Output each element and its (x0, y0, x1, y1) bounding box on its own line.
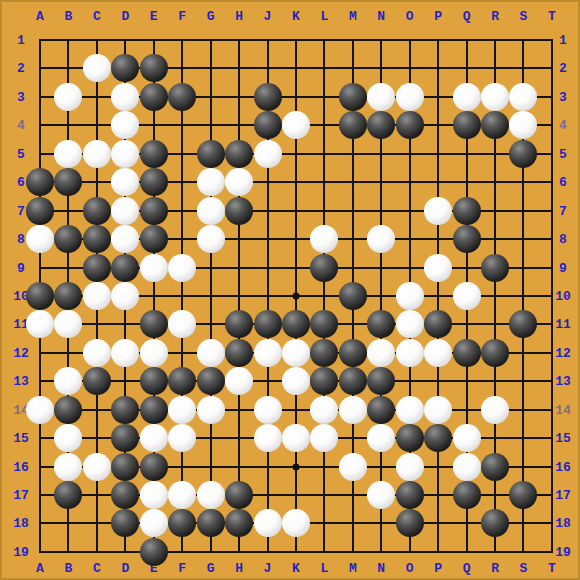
white-stone (367, 225, 395, 253)
black-stone (509, 140, 537, 168)
row-label-right: 9 (559, 260, 567, 275)
black-stone (453, 339, 481, 367)
white-stone (481, 83, 509, 111)
column-label-top: J (264, 9, 272, 24)
white-stone (310, 424, 338, 452)
white-stone (140, 254, 168, 282)
black-stone (310, 310, 338, 338)
column-label-top: C (93, 9, 101, 24)
column-label-top: S (520, 9, 528, 24)
row-label-right: 15 (555, 431, 571, 446)
white-stone (54, 140, 82, 168)
white-stone (339, 453, 367, 481)
black-stone (54, 168, 82, 196)
white-stone (111, 282, 139, 310)
column-label-bottom: Q (463, 561, 471, 576)
white-stone (339, 396, 367, 424)
black-stone (111, 424, 139, 452)
column-label-top: E (150, 9, 158, 24)
column-label-top: B (65, 9, 73, 24)
black-stone (453, 481, 481, 509)
column-label-bottom: T (548, 561, 556, 576)
black-stone (367, 396, 395, 424)
white-stone (26, 396, 54, 424)
black-stone (282, 310, 310, 338)
white-stone (168, 310, 196, 338)
white-stone (168, 396, 196, 424)
black-stone (339, 83, 367, 111)
black-stone (225, 481, 253, 509)
column-label-bottom: F (178, 561, 186, 576)
white-stone (140, 339, 168, 367)
black-stone (339, 367, 367, 395)
black-stone (225, 310, 253, 338)
column-label-bottom: S (520, 561, 528, 576)
white-stone (396, 453, 424, 481)
white-stone (453, 83, 481, 111)
white-stone (396, 83, 424, 111)
white-stone (54, 453, 82, 481)
white-stone (197, 225, 225, 253)
column-label-top: P (434, 9, 442, 24)
row-label-right: 14 (555, 402, 571, 417)
column-label-top: T (548, 9, 556, 24)
column-label-top: A (36, 9, 44, 24)
column-label-bottom: C (93, 561, 101, 576)
column-label-bottom: N (377, 561, 385, 576)
black-stone (140, 396, 168, 424)
row-label-right: 1 (559, 33, 567, 48)
white-stone (367, 83, 395, 111)
black-stone (481, 254, 509, 282)
column-label-top: R (491, 9, 499, 24)
black-stone (396, 509, 424, 537)
column-label-bottom: H (235, 561, 243, 576)
white-stone (367, 424, 395, 452)
black-stone (83, 197, 111, 225)
white-stone (509, 111, 537, 139)
row-label-right: 7 (559, 203, 567, 218)
black-stone (111, 453, 139, 481)
white-stone (282, 367, 310, 395)
black-stone (140, 538, 168, 566)
black-stone (367, 310, 395, 338)
row-label-left: 8 (17, 232, 25, 247)
black-stone (111, 396, 139, 424)
white-stone (168, 424, 196, 452)
white-stone (396, 339, 424, 367)
black-stone (481, 111, 509, 139)
white-stone (367, 339, 395, 367)
row-label-left: 16 (13, 459, 29, 474)
black-stone (424, 424, 452, 452)
grid-line-vertical (437, 39, 439, 553)
column-label-top: H (235, 9, 243, 24)
black-stone (54, 396, 82, 424)
row-label-right: 10 (555, 288, 571, 303)
row-label-left: 5 (17, 146, 25, 161)
white-stone (310, 396, 338, 424)
black-stone (310, 254, 338, 282)
grid-line-horizontal (39, 551, 553, 553)
column-label-bottom: L (320, 561, 328, 576)
black-stone (367, 111, 395, 139)
black-stone (396, 111, 424, 139)
white-stone (83, 339, 111, 367)
row-label-right: 19 (555, 544, 571, 559)
black-stone (225, 140, 253, 168)
white-stone (83, 54, 111, 82)
white-stone (111, 140, 139, 168)
column-label-bottom: B (65, 561, 73, 576)
star-point (292, 463, 299, 470)
black-stone (168, 367, 196, 395)
row-label-left: 9 (17, 260, 25, 275)
black-stone (396, 481, 424, 509)
white-stone (111, 339, 139, 367)
black-stone (225, 197, 253, 225)
column-label-top: D (121, 9, 129, 24)
white-stone (197, 339, 225, 367)
star-point (292, 292, 299, 299)
black-stone (453, 197, 481, 225)
white-stone (509, 83, 537, 111)
black-stone (54, 481, 82, 509)
grid-line-vertical (323, 39, 325, 553)
black-stone (424, 310, 452, 338)
black-stone (225, 339, 253, 367)
white-stone (424, 254, 452, 282)
row-label-right: 2 (559, 61, 567, 76)
black-stone (111, 481, 139, 509)
white-stone (367, 481, 395, 509)
row-label-right: 16 (555, 459, 571, 474)
column-label-top: Q (463, 9, 471, 24)
black-stone (367, 367, 395, 395)
row-label-right: 8 (559, 232, 567, 247)
white-stone (111, 168, 139, 196)
row-label-left: 1 (17, 33, 25, 48)
white-stone (83, 140, 111, 168)
white-stone (282, 111, 310, 139)
black-stone (140, 310, 168, 338)
row-label-left: 19 (13, 544, 29, 559)
row-label-right: 4 (559, 118, 567, 133)
black-stone (168, 83, 196, 111)
column-label-bottom: P (434, 561, 442, 576)
white-stone (83, 453, 111, 481)
black-stone (197, 140, 225, 168)
black-stone (140, 225, 168, 253)
row-label-right: 3 (559, 89, 567, 104)
black-stone (26, 168, 54, 196)
white-stone (254, 396, 282, 424)
column-label-top: F (178, 9, 186, 24)
black-stone (111, 254, 139, 282)
column-label-top: M (349, 9, 357, 24)
black-stone (481, 453, 509, 481)
white-stone (310, 225, 338, 253)
white-stone (424, 339, 452, 367)
row-label-right: 17 (555, 488, 571, 503)
row-label-left: 7 (17, 203, 25, 218)
white-stone (54, 424, 82, 452)
white-stone (26, 310, 54, 338)
column-label-top: L (320, 9, 328, 24)
black-stone (54, 225, 82, 253)
white-stone (282, 424, 310, 452)
row-label-right: 11 (555, 317, 571, 332)
white-stone (396, 310, 424, 338)
white-stone (140, 509, 168, 537)
white-stone (282, 339, 310, 367)
black-stone (140, 367, 168, 395)
white-stone (481, 396, 509, 424)
white-stone (197, 197, 225, 225)
row-label-right: 13 (555, 374, 571, 389)
black-stone (453, 111, 481, 139)
row-label-left: 4 (17, 118, 25, 133)
white-stone (111, 83, 139, 111)
black-stone (310, 367, 338, 395)
black-stone (509, 310, 537, 338)
black-stone (83, 254, 111, 282)
black-stone (26, 197, 54, 225)
column-label-top: O (406, 9, 414, 24)
black-stone (54, 282, 82, 310)
white-stone (54, 83, 82, 111)
grid-line-vertical (551, 39, 553, 553)
white-stone (396, 396, 424, 424)
black-stone (83, 367, 111, 395)
white-stone (168, 254, 196, 282)
black-stone (140, 54, 168, 82)
column-label-top: G (207, 9, 215, 24)
column-label-bottom: D (121, 561, 129, 576)
white-stone (254, 140, 282, 168)
white-stone (26, 225, 54, 253)
go-board[interactable]: AABBCCDDEEFFGGHHJJKKLLMMNNOOPPQQRRSSTT11… (0, 0, 580, 580)
row-label-left: 18 (13, 516, 29, 531)
black-stone (140, 140, 168, 168)
white-stone (111, 197, 139, 225)
black-stone (83, 225, 111, 253)
row-label-right: 6 (559, 175, 567, 190)
black-stone (111, 54, 139, 82)
row-label-left: 12 (13, 345, 29, 360)
black-stone (481, 509, 509, 537)
column-label-bottom: O (406, 561, 414, 576)
black-stone (254, 310, 282, 338)
black-stone (339, 111, 367, 139)
column-label-top: K (292, 9, 300, 24)
white-stone (197, 396, 225, 424)
white-stone (83, 282, 111, 310)
black-stone (339, 282, 367, 310)
white-stone (254, 424, 282, 452)
row-label-left: 15 (13, 431, 29, 446)
black-stone (509, 481, 537, 509)
black-stone (254, 111, 282, 139)
column-label-bottom: A (36, 561, 44, 576)
row-label-left: 13 (13, 374, 29, 389)
column-label-bottom: K (292, 561, 300, 576)
column-label-bottom: M (349, 561, 357, 576)
black-stone (140, 168, 168, 196)
column-label-top: N (377, 9, 385, 24)
white-stone (424, 197, 452, 225)
row-label-left: 6 (17, 175, 25, 190)
black-stone (254, 83, 282, 111)
black-stone (140, 197, 168, 225)
column-label-bottom: J (264, 561, 272, 576)
white-stone (225, 168, 253, 196)
white-stone (453, 424, 481, 452)
white-stone (254, 339, 282, 367)
white-stone (111, 111, 139, 139)
black-stone (339, 339, 367, 367)
row-label-right: 5 (559, 146, 567, 161)
white-stone (282, 509, 310, 537)
black-stone (26, 282, 54, 310)
white-stone (54, 367, 82, 395)
black-stone (111, 509, 139, 537)
white-stone (453, 453, 481, 481)
row-label-left: 17 (13, 488, 29, 503)
black-stone (197, 509, 225, 537)
column-label-bottom: R (491, 561, 499, 576)
white-stone (197, 481, 225, 509)
black-stone (453, 225, 481, 253)
white-stone (424, 396, 452, 424)
white-stone (396, 282, 424, 310)
white-stone (225, 367, 253, 395)
black-stone (310, 339, 338, 367)
row-label-right: 18 (555, 516, 571, 531)
white-stone (168, 481, 196, 509)
black-stone (481, 339, 509, 367)
row-label-left: 2 (17, 61, 25, 76)
black-stone (396, 424, 424, 452)
white-stone (453, 282, 481, 310)
white-stone (197, 168, 225, 196)
white-stone (54, 310, 82, 338)
black-stone (197, 367, 225, 395)
black-stone (225, 509, 253, 537)
white-stone (140, 481, 168, 509)
black-stone (140, 83, 168, 111)
black-stone (168, 509, 196, 537)
white-stone (254, 509, 282, 537)
row-label-right: 12 (555, 345, 571, 360)
column-label-bottom: G (207, 561, 215, 576)
row-label-left: 3 (17, 89, 25, 104)
black-stone (140, 453, 168, 481)
white-stone (111, 225, 139, 253)
white-stone (140, 424, 168, 452)
